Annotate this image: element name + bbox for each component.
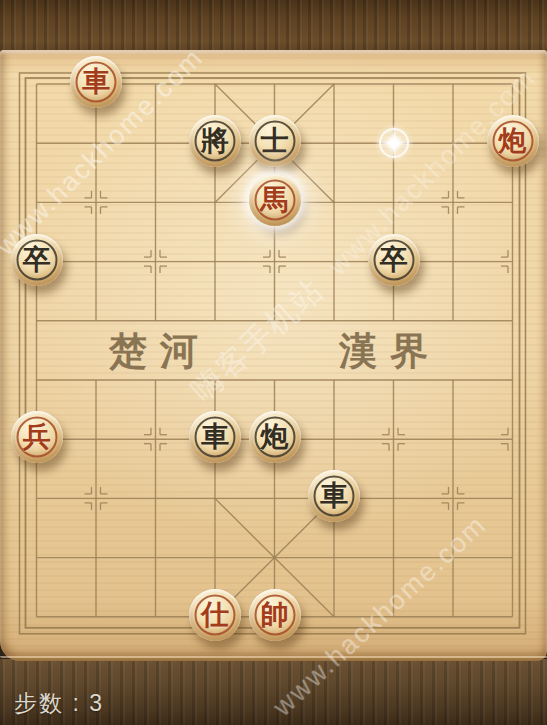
- piece-black-advisor[interactable]: 士: [249, 115, 301, 167]
- piece-glyph: 將: [201, 127, 229, 155]
- piece-black-soldier[interactable]: 卒: [11, 234, 63, 286]
- piece-glyph: 帥: [261, 601, 289, 629]
- piece-black-chariot[interactable]: 車: [308, 470, 360, 522]
- piece-glyph: 車: [82, 68, 110, 96]
- piece-glyph: 炮: [499, 127, 527, 155]
- piece-glyph: 卒: [23, 246, 51, 274]
- piece-glyph: 車: [320, 482, 348, 510]
- piece-red-general[interactable]: 帥: [249, 589, 301, 641]
- piece-glyph: 車: [201, 423, 229, 451]
- piece-red-soldier[interactable]: 兵: [11, 411, 63, 463]
- xiangqi-app-screen: 楚河 漢界 車將士炮馬卒卒兵車炮車仕帥 www.hackhome.comwww.…: [0, 0, 547, 725]
- piece-glyph: 仕: [201, 601, 229, 629]
- piece-glyph: 馬: [261, 186, 289, 214]
- piece-red-horse[interactable]: 馬: [249, 174, 301, 226]
- piece-red-advisor[interactable]: 仕: [189, 589, 241, 641]
- piece-red-chariot[interactable]: 車: [70, 56, 122, 108]
- step-counter: 步数 : 3: [14, 688, 104, 719]
- piece-glyph: 兵: [23, 423, 51, 451]
- piece-layer: 車將士炮馬卒卒兵車炮車仕帥: [7, 54, 543, 646]
- piece-red-cannon[interactable]: 炮: [487, 115, 539, 167]
- piece-black-soldier[interactable]: 卒: [368, 234, 420, 286]
- piece-glyph: 卒: [380, 246, 408, 274]
- piece-black-cannon[interactable]: 炮: [249, 411, 301, 463]
- piece-black-general[interactable]: 將: [189, 115, 241, 167]
- piece-glyph: 炮: [261, 423, 289, 451]
- piece-glyph: 士: [261, 127, 289, 155]
- piece-black-chariot[interactable]: 車: [189, 411, 241, 463]
